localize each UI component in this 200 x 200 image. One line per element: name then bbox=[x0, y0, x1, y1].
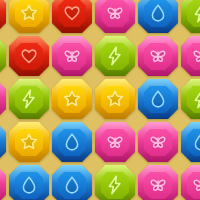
gem-tile-r4c5-pink-butterfly[interactable] bbox=[181, 165, 200, 200]
butterfly-icon bbox=[147, 45, 169, 67]
gem-tile-r0c2-red-heart[interactable] bbox=[52, 0, 92, 33]
drop-icon bbox=[147, 2, 169, 24]
butterfly-icon bbox=[190, 45, 200, 67]
lightning-icon bbox=[190, 2, 200, 24]
gem-tile-r4c4-pink-butterfly[interactable] bbox=[138, 165, 178, 200]
gem-bevel bbox=[0, 122, 6, 162]
gem-tile-r1c2-pink-butterfly[interactable] bbox=[52, 36, 92, 76]
gem-tile-r2c4-blue-drop[interactable] bbox=[138, 79, 178, 119]
gem-bevel bbox=[0, 0, 6, 33]
gem-tile-r4c3-green-lightning[interactable] bbox=[95, 165, 135, 200]
drop-icon bbox=[190, 131, 200, 153]
gem-tile-r0c4-blue-drop[interactable] bbox=[138, 0, 178, 33]
lightning-icon bbox=[104, 174, 126, 196]
lightning-icon bbox=[190, 88, 200, 110]
lightning-icon bbox=[104, 45, 126, 67]
gem-tile-r0c0-red-heart[interactable] bbox=[0, 0, 6, 33]
gem-tile-r4c0-pink-butterfly[interactable] bbox=[0, 165, 6, 200]
heart-icon bbox=[61, 2, 83, 24]
butterfly-icon bbox=[147, 131, 169, 153]
drop-icon bbox=[18, 174, 40, 196]
gem-bevel bbox=[0, 36, 6, 76]
gem-tile-r1c0-green-lightning[interactable] bbox=[0, 36, 6, 76]
game-viewport bbox=[0, 0, 200, 200]
gem-tile-r3c4-pink-butterfly[interactable] bbox=[138, 122, 178, 162]
gem-tile-r0c5-green-lightning[interactable] bbox=[181, 0, 200, 33]
star-icon bbox=[104, 88, 126, 110]
drop-icon bbox=[61, 131, 83, 153]
gem-tile-r2c3-yellow-star[interactable] bbox=[95, 79, 135, 119]
gem-tile-r3c1-yellow-star[interactable] bbox=[9, 122, 49, 162]
drop-icon bbox=[147, 88, 169, 110]
gem-tile-r2c1-green-lightning[interactable] bbox=[9, 79, 49, 119]
heart-icon bbox=[18, 45, 40, 67]
gem-tile-r1c1-red-heart[interactable] bbox=[9, 36, 49, 76]
butterfly-icon bbox=[61, 45, 83, 67]
gem-tile-r3c5-blue-drop[interactable] bbox=[181, 122, 200, 162]
gem-tile-r4c1-blue-drop[interactable] bbox=[9, 165, 49, 200]
gem-tile-r1c3-green-lightning[interactable] bbox=[95, 36, 135, 76]
gem-bevel bbox=[0, 79, 6, 119]
gem-tile-r0c1-yellow-star[interactable] bbox=[9, 0, 49, 33]
lightning-icon bbox=[18, 88, 40, 110]
gem-tile-r3c0-blue-drop[interactable] bbox=[0, 122, 6, 162]
gem-tile-r1c4-pink-butterfly[interactable] bbox=[138, 36, 178, 76]
butterfly-icon bbox=[104, 131, 126, 153]
butterfly-icon bbox=[190, 174, 200, 196]
gem-tile-r3c3-pink-butterfly[interactable] bbox=[95, 122, 135, 162]
butterfly-icon bbox=[147, 174, 169, 196]
gem-tile-r1c5-pink-butterfly[interactable] bbox=[181, 36, 200, 76]
star-icon bbox=[18, 2, 40, 24]
star-icon bbox=[18, 131, 40, 153]
gem-tile-r2c2-yellow-star[interactable] bbox=[52, 79, 92, 119]
gem-tile-r4c2-blue-drop[interactable] bbox=[52, 165, 92, 200]
star-icon bbox=[61, 88, 83, 110]
gem-tile-r3c2-blue-drop[interactable] bbox=[52, 122, 92, 162]
gem-tile-r2c5-green-lightning[interactable] bbox=[181, 79, 200, 119]
drop-icon bbox=[61, 174, 83, 196]
gem-bevel bbox=[0, 165, 6, 200]
gem-tile-r2c0-pink-butterfly[interactable] bbox=[0, 79, 6, 119]
butterfly-icon bbox=[104, 2, 126, 24]
gem-tile-r0c3-pink-butterfly[interactable] bbox=[95, 0, 135, 33]
game-board bbox=[0, 0, 200, 200]
